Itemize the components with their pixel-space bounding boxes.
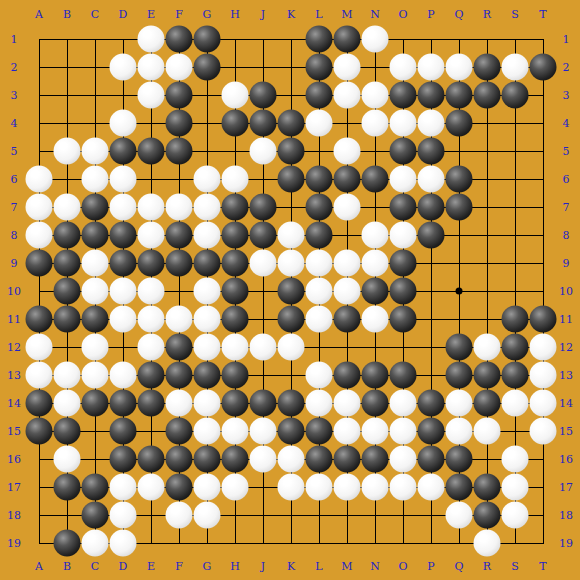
stone-black-J4[interactable] — [250, 110, 277, 137]
row-label-left-4: 4 — [11, 118, 18, 129]
stone-white-E12[interactable] — [138, 334, 165, 361]
stone-white-O2[interactable] — [390, 54, 417, 81]
stone-white-M10[interactable] — [334, 278, 361, 305]
stone-white-S2[interactable] — [502, 54, 529, 81]
stone-white-E1[interactable] — [138, 26, 165, 53]
row-label-right-12: 12 — [559, 342, 573, 353]
stone-black-M11[interactable] — [334, 306, 361, 333]
stone-white-L9[interactable] — [306, 250, 333, 277]
grid-line-vertical-T — [543, 39, 544, 544]
row-label-left-7: 7 — [11, 202, 18, 213]
stone-white-B16[interactable] — [54, 446, 81, 473]
stone-white-H12[interactable] — [222, 334, 249, 361]
stone-black-A14[interactable] — [26, 390, 53, 417]
stone-black-J7[interactable] — [250, 194, 277, 221]
stone-white-C5[interactable] — [82, 138, 109, 165]
stone-black-Q12[interactable] — [446, 334, 473, 361]
stone-black-F9[interactable] — [166, 250, 193, 277]
stone-black-C7[interactable] — [82, 194, 109, 221]
stone-black-P14[interactable] — [418, 390, 445, 417]
stone-black-G1[interactable] — [194, 26, 221, 53]
stone-black-L8[interactable] — [306, 222, 333, 249]
stone-black-M16[interactable] — [334, 446, 361, 473]
grid-line-vertical-R — [487, 39, 488, 544]
row-label-left-9: 9 — [11, 258, 18, 269]
stone-black-Q7[interactable] — [446, 194, 473, 221]
stone-black-D9[interactable] — [110, 250, 137, 277]
stone-black-A9[interactable] — [26, 250, 53, 277]
stone-white-B5[interactable] — [54, 138, 81, 165]
stone-black-T2[interactable] — [530, 54, 557, 81]
go-board[interactable]: AA11BB22CC33DD44EE55FF66GG77HH88JJ99KK10… — [0, 0, 580, 580]
stone-black-H4[interactable] — [222, 110, 249, 137]
stone-black-S3[interactable] — [502, 82, 529, 109]
stone-black-F12[interactable] — [166, 334, 193, 361]
row-label-right-15: 15 — [559, 426, 573, 437]
stone-black-S11[interactable] — [502, 306, 529, 333]
stone-white-O6[interactable] — [390, 166, 417, 193]
stone-black-N16[interactable] — [362, 446, 389, 473]
row-label-left-18: 18 — [7, 510, 21, 521]
stone-white-H3[interactable] — [222, 82, 249, 109]
stone-black-L16[interactable] — [306, 446, 333, 473]
stone-white-C10[interactable] — [82, 278, 109, 305]
stone-black-C8[interactable] — [82, 222, 109, 249]
stone-black-H9[interactable] — [222, 250, 249, 277]
stone-white-T13[interactable] — [530, 362, 557, 389]
stone-white-S16[interactable] — [502, 446, 529, 473]
stone-black-C17[interactable] — [82, 474, 109, 501]
col-label-top-L: L — [315, 9, 322, 20]
stone-black-F5[interactable] — [166, 138, 193, 165]
stone-black-O13[interactable] — [390, 362, 417, 389]
stone-black-F1[interactable] — [166, 26, 193, 53]
stone-white-F14[interactable] — [166, 390, 193, 417]
row-label-left-19: 19 — [7, 538, 21, 549]
stone-black-N6[interactable] — [362, 166, 389, 193]
stone-black-P16[interactable] — [418, 446, 445, 473]
stone-white-J5[interactable] — [250, 138, 277, 165]
stone-white-A8[interactable] — [26, 222, 53, 249]
row-label-right-19: 19 — [559, 538, 573, 549]
stone-white-K9[interactable] — [278, 250, 305, 277]
stone-black-C14[interactable] — [82, 390, 109, 417]
stone-black-C18[interactable] — [82, 502, 109, 529]
stone-white-D10[interactable] — [110, 278, 137, 305]
row-label-left-5: 5 — [11, 146, 18, 157]
stone-black-G2[interactable] — [194, 54, 221, 81]
stone-white-B14[interactable] — [54, 390, 81, 417]
stone-white-Q15[interactable] — [446, 418, 473, 445]
stone-white-C13[interactable] — [82, 362, 109, 389]
stone-black-H16[interactable] — [222, 446, 249, 473]
stone-white-K16[interactable] — [278, 446, 305, 473]
stone-white-G15[interactable] — [194, 418, 221, 445]
stone-black-L7[interactable] — [306, 194, 333, 221]
stone-white-K12[interactable] — [278, 334, 305, 361]
stone-white-H17[interactable] — [222, 474, 249, 501]
stone-black-P15[interactable] — [418, 418, 445, 445]
stone-black-L2[interactable] — [306, 54, 333, 81]
stone-white-C12[interactable] — [82, 334, 109, 361]
stone-black-R13[interactable] — [474, 362, 501, 389]
row-label-right-3: 3 — [563, 90, 570, 101]
stone-black-Q6[interactable] — [446, 166, 473, 193]
stone-black-H11[interactable] — [222, 306, 249, 333]
stone-white-N17[interactable] — [362, 474, 389, 501]
stone-black-B19[interactable] — [54, 530, 81, 557]
stone-white-M17[interactable] — [334, 474, 361, 501]
stone-white-O16[interactable] — [390, 446, 417, 473]
stone-white-D11[interactable] — [110, 306, 137, 333]
row-label-right-9: 9 — [563, 258, 570, 269]
stone-black-K10[interactable] — [278, 278, 305, 305]
stone-white-N9[interactable] — [362, 250, 389, 277]
stone-white-E7[interactable] — [138, 194, 165, 221]
stone-black-E16[interactable] — [138, 446, 165, 473]
col-label-bottom-H: H — [230, 561, 240, 572]
stone-white-P17[interactable] — [418, 474, 445, 501]
stone-black-Q3[interactable] — [446, 82, 473, 109]
stone-white-E8[interactable] — [138, 222, 165, 249]
stone-black-K6[interactable] — [278, 166, 305, 193]
stone-white-M2[interactable] — [334, 54, 361, 81]
stone-black-L15[interactable] — [306, 418, 333, 445]
col-label-bottom-A: A — [35, 561, 43, 572]
stone-black-F16[interactable] — [166, 446, 193, 473]
stone-black-F17[interactable] — [166, 474, 193, 501]
stone-white-F2[interactable] — [166, 54, 193, 81]
stone-white-L14[interactable] — [306, 390, 333, 417]
stone-black-M13[interactable] — [334, 362, 361, 389]
col-label-bottom-E: E — [147, 561, 155, 572]
stone-black-H14[interactable] — [222, 390, 249, 417]
stone-black-B10[interactable] — [54, 278, 81, 305]
stone-black-O3[interactable] — [390, 82, 417, 109]
stone-white-T15[interactable] — [530, 418, 557, 445]
stone-black-K11[interactable] — [278, 306, 305, 333]
stone-white-F18[interactable] — [166, 502, 193, 529]
row-label-left-10: 10 — [7, 286, 21, 297]
stone-black-Q17[interactable] — [446, 474, 473, 501]
stone-white-E2[interactable] — [138, 54, 165, 81]
stone-white-L11[interactable] — [306, 306, 333, 333]
row-label-left-8: 8 — [11, 230, 18, 241]
stone-black-O7[interactable] — [390, 194, 417, 221]
stone-black-E9[interactable] — [138, 250, 165, 277]
stone-white-A6[interactable] — [26, 166, 53, 193]
stone-black-K15[interactable] — [278, 418, 305, 445]
stone-black-C11[interactable] — [82, 306, 109, 333]
stone-black-B15[interactable] — [54, 418, 81, 445]
stone-white-D6[interactable] — [110, 166, 137, 193]
col-label-bottom-F: F — [175, 561, 183, 572]
stone-black-B9[interactable] — [54, 250, 81, 277]
stone-white-J9[interactable] — [250, 250, 277, 277]
stone-black-N14[interactable] — [362, 390, 389, 417]
stone-black-S13[interactable] — [502, 362, 529, 389]
stone-white-G14[interactable] — [194, 390, 221, 417]
stone-white-J12[interactable] — [250, 334, 277, 361]
row-label-left-6: 6 — [11, 174, 18, 185]
stone-black-J8[interactable] — [250, 222, 277, 249]
stone-black-R14[interactable] — [474, 390, 501, 417]
stone-white-S18[interactable] — [502, 502, 529, 529]
row-label-right-8: 8 — [563, 230, 570, 241]
row-label-right-13: 13 — [559, 370, 573, 381]
stone-black-B8[interactable] — [54, 222, 81, 249]
col-label-bottom-P: P — [427, 561, 434, 572]
stone-white-D18[interactable] — [110, 502, 137, 529]
stone-white-F11[interactable] — [166, 306, 193, 333]
stone-white-R19[interactable] — [474, 530, 501, 557]
stone-white-K8[interactable] — [278, 222, 305, 249]
stone-white-C6[interactable] — [82, 166, 109, 193]
stone-black-J3[interactable] — [250, 82, 277, 109]
stone-black-E13[interactable] — [138, 362, 165, 389]
stone-white-H15[interactable] — [222, 418, 249, 445]
row-label-left-14: 14 — [7, 398, 21, 409]
stone-white-G7[interactable] — [194, 194, 221, 221]
stone-black-P3[interactable] — [418, 82, 445, 109]
stone-white-L10[interactable] — [306, 278, 333, 305]
row-label-right-5: 5 — [563, 146, 570, 157]
col-label-bottom-C: C — [91, 561, 99, 572]
stone-white-B13[interactable] — [54, 362, 81, 389]
stone-white-O8[interactable] — [390, 222, 417, 249]
stone-white-E3[interactable] — [138, 82, 165, 109]
row-label-left-2: 2 — [11, 62, 18, 73]
stone-white-C9[interactable] — [82, 250, 109, 277]
stone-white-G18[interactable] — [194, 502, 221, 529]
stone-black-D8[interactable] — [110, 222, 137, 249]
stone-white-N4[interactable] — [362, 110, 389, 137]
stone-black-D16[interactable] — [110, 446, 137, 473]
stone-black-K14[interactable] — [278, 390, 305, 417]
stone-black-H7[interactable] — [222, 194, 249, 221]
stone-white-N3[interactable] — [362, 82, 389, 109]
stone-black-F8[interactable] — [166, 222, 193, 249]
stone-white-D17[interactable] — [110, 474, 137, 501]
stone-white-N15[interactable] — [362, 418, 389, 445]
stone-white-S14[interactable] — [502, 390, 529, 417]
stone-black-A15[interactable] — [26, 418, 53, 445]
stone-white-J16[interactable] — [250, 446, 277, 473]
stone-white-C19[interactable] — [82, 530, 109, 557]
stone-white-L13[interactable] — [306, 362, 333, 389]
stone-white-L17[interactable] — [306, 474, 333, 501]
stone-white-E17[interactable] — [138, 474, 165, 501]
row-label-left-17: 17 — [7, 482, 21, 493]
stone-white-T12[interactable] — [530, 334, 557, 361]
stone-white-H6[interactable] — [222, 166, 249, 193]
stone-white-O4[interactable] — [390, 110, 417, 137]
stone-black-K4[interactable] — [278, 110, 305, 137]
stone-white-L4[interactable] — [306, 110, 333, 137]
row-label-left-15: 15 — [7, 426, 21, 437]
col-label-bottom-L: L — [315, 561, 322, 572]
stone-white-M15[interactable] — [334, 418, 361, 445]
col-label-top-P: P — [427, 9, 434, 20]
stone-white-O15[interactable] — [390, 418, 417, 445]
stone-black-R17[interactable] — [474, 474, 501, 501]
col-label-top-J: J — [261, 9, 265, 20]
stone-white-S17[interactable] — [502, 474, 529, 501]
col-label-top-G: G — [203, 9, 212, 20]
stone-white-J15[interactable] — [250, 418, 277, 445]
stone-black-E14[interactable] — [138, 390, 165, 417]
stone-black-T11[interactable] — [530, 306, 557, 333]
stone-white-Q2[interactable] — [446, 54, 473, 81]
row-label-right-2: 2 — [563, 62, 570, 73]
col-label-top-B: B — [63, 9, 71, 20]
row-label-right-11: 11 — [559, 314, 573, 325]
stone-black-H8[interactable] — [222, 222, 249, 249]
stone-white-G11[interactable] — [194, 306, 221, 333]
row-label-right-18: 18 — [559, 510, 573, 521]
stone-white-P4[interactable] — [418, 110, 445, 137]
stone-black-D14[interactable] — [110, 390, 137, 417]
stone-black-K5[interactable] — [278, 138, 305, 165]
stone-white-G10[interactable] — [194, 278, 221, 305]
col-label-top-H: H — [230, 9, 240, 20]
col-label-top-F: F — [175, 9, 183, 20]
stone-white-K17[interactable] — [278, 474, 305, 501]
stone-white-D2[interactable] — [110, 54, 137, 81]
stone-black-N10[interactable] — [362, 278, 389, 305]
stone-black-R2[interactable] — [474, 54, 501, 81]
stone-black-G13[interactable] — [194, 362, 221, 389]
stone-black-L3[interactable] — [306, 82, 333, 109]
stone-black-P7[interactable] — [418, 194, 445, 221]
stone-black-F4[interactable] — [166, 110, 193, 137]
col-label-top-T: T — [539, 9, 546, 20]
stone-black-D15[interactable] — [110, 418, 137, 445]
stone-white-D13[interactable] — [110, 362, 137, 389]
stone-white-G12[interactable] — [194, 334, 221, 361]
stone-black-B11[interactable] — [54, 306, 81, 333]
stone-white-G6[interactable] — [194, 166, 221, 193]
stone-black-R3[interactable] — [474, 82, 501, 109]
stone-white-M5[interactable] — [334, 138, 361, 165]
stone-black-H10[interactable] — [222, 278, 249, 305]
stone-black-Q4[interactable] — [446, 110, 473, 137]
row-label-left-1: 1 — [11, 34, 18, 45]
stone-black-Q13[interactable] — [446, 362, 473, 389]
stone-black-O9[interactable] — [390, 250, 417, 277]
stone-black-G16[interactable] — [194, 446, 221, 473]
stone-black-Q16[interactable] — [446, 446, 473, 473]
stone-black-M1[interactable] — [334, 26, 361, 53]
stone-white-G8[interactable] — [194, 222, 221, 249]
stone-white-G17[interactable] — [194, 474, 221, 501]
col-label-top-E: E — [147, 9, 155, 20]
col-label-top-S: S — [511, 9, 519, 20]
col-label-bottom-J: J — [261, 561, 265, 572]
stone-black-B17[interactable] — [54, 474, 81, 501]
row-label-left-3: 3 — [11, 90, 18, 101]
col-label-top-N: N — [370, 9, 380, 20]
stone-black-P8[interactable] — [418, 222, 445, 249]
stone-white-E10[interactable] — [138, 278, 165, 305]
col-label-top-D: D — [119, 9, 128, 20]
stone-white-Q14[interactable] — [446, 390, 473, 417]
stone-white-N11[interactable] — [362, 306, 389, 333]
stone-white-A13[interactable] — [26, 362, 53, 389]
stone-black-L1[interactable] — [306, 26, 333, 53]
stone-white-M7[interactable] — [334, 194, 361, 221]
col-label-bottom-N: N — [370, 561, 380, 572]
stone-black-S12[interactable] — [502, 334, 529, 361]
stone-black-H13[interactable] — [222, 362, 249, 389]
col-label-bottom-T: T — [539, 561, 546, 572]
stone-black-O10[interactable] — [390, 278, 417, 305]
row-label-right-14: 14 — [559, 398, 573, 409]
stone-white-A12[interactable] — [26, 334, 53, 361]
row-label-left-13: 13 — [7, 370, 21, 381]
stone-white-T14[interactable] — [530, 390, 557, 417]
stone-white-R12[interactable] — [474, 334, 501, 361]
col-label-top-C: C — [91, 9, 99, 20]
col-label-bottom-O: O — [398, 561, 407, 572]
col-label-bottom-Q: Q — [454, 561, 463, 572]
stone-white-F7[interactable] — [166, 194, 193, 221]
col-label-bottom-S: S — [511, 561, 519, 572]
stone-black-M6[interactable] — [334, 166, 361, 193]
stone-black-G9[interactable] — [194, 250, 221, 277]
stone-white-M14[interactable] — [334, 390, 361, 417]
stone-white-R15[interactable] — [474, 418, 501, 445]
stone-white-O14[interactable] — [390, 390, 417, 417]
stone-white-P6[interactable] — [418, 166, 445, 193]
stone-white-N8[interactable] — [362, 222, 389, 249]
col-label-bottom-R: R — [483, 561, 491, 572]
stone-white-D19[interactable] — [110, 530, 137, 557]
stone-white-O17[interactable] — [390, 474, 417, 501]
stone-white-D7[interactable] — [110, 194, 137, 221]
row-label-right-10: 10 — [559, 286, 573, 297]
row-label-right-7: 7 — [563, 202, 570, 213]
stone-black-F15[interactable] — [166, 418, 193, 445]
stone-black-P5[interactable] — [418, 138, 445, 165]
stone-white-M3[interactable] — [334, 82, 361, 109]
stone-black-F3[interactable] — [166, 82, 193, 109]
row-label-left-16: 16 — [7, 454, 21, 465]
col-label-top-M: M — [341, 9, 352, 20]
stone-black-A11[interactable] — [26, 306, 53, 333]
stone-black-O11[interactable] — [390, 306, 417, 333]
stone-white-Q18[interactable] — [446, 502, 473, 529]
stone-white-D4[interactable] — [110, 110, 137, 137]
row-label-right-4: 4 — [563, 118, 570, 129]
stone-black-R18[interactable] — [474, 502, 501, 529]
col-label-top-Q: Q — [454, 9, 463, 20]
stone-white-E11[interactable] — [138, 306, 165, 333]
stone-white-P2[interactable] — [418, 54, 445, 81]
stone-white-A7[interactable] — [26, 194, 53, 221]
stone-black-F13[interactable] — [166, 362, 193, 389]
col-label-bottom-G: G — [203, 561, 212, 572]
stone-white-N1[interactable] — [362, 26, 389, 53]
stone-white-B7[interactable] — [54, 194, 81, 221]
stone-black-E5[interactable] — [138, 138, 165, 165]
stone-black-O5[interactable] — [390, 138, 417, 165]
stone-black-L6[interactable] — [306, 166, 333, 193]
stone-white-M9[interactable] — [334, 250, 361, 277]
stone-black-N13[interactable] — [362, 362, 389, 389]
stone-black-D5[interactable] — [110, 138, 137, 165]
stone-black-J14[interactable] — [250, 390, 277, 417]
